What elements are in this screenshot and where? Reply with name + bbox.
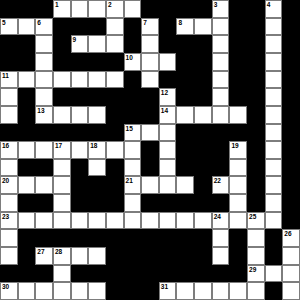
white-cell-r6c3[interactable]	[35, 88, 53, 106]
white-cell-r2c12[interactable]	[194, 18, 212, 36]
black-cell-r5c10	[159, 71, 177, 89]
white-cell-r3c13[interactable]	[212, 35, 230, 53]
white-cell-r9c14[interactable]: 19	[229, 141, 247, 159]
black-cell-r10c3	[35, 159, 53, 177]
white-cell-r7c6[interactable]	[88, 106, 106, 124]
crossword-board: 1234567891011121314151617181920212223242…	[0, 0, 300, 300]
crossword-grid: 1234567891011121314151617181920212223242…	[0, 0, 300, 300]
black-cell-r2c6	[88, 18, 106, 36]
black-cell-r14c12	[194, 229, 212, 247]
white-cell-r6c16[interactable]	[265, 88, 283, 106]
black-cell-r14c16	[265, 229, 283, 247]
white-cell-r15c17[interactable]	[282, 247, 300, 265]
white-cell-r17c13[interactable]	[212, 282, 230, 300]
black-cell-r16c13	[212, 265, 230, 283]
white-cell-r5c7[interactable]	[106, 71, 124, 89]
black-cell-r4c5	[71, 53, 89, 71]
black-cell-r8c6	[88, 124, 106, 142]
black-cell-r16c2	[18, 265, 36, 283]
black-cell-r1c15	[247, 0, 265, 18]
white-cell-r2c13[interactable]	[212, 18, 230, 36]
black-cell-r5c12	[194, 71, 212, 89]
black-cell-r6c9	[141, 88, 159, 106]
white-cell-r15c1[interactable]	[0, 247, 18, 265]
black-cell-r4c12	[194, 53, 212, 71]
black-cell-r3c2	[18, 35, 36, 53]
white-cell-r10c14[interactable]	[229, 159, 247, 177]
black-cell-r1c12	[194, 0, 212, 18]
white-cell-r6c1[interactable]	[0, 88, 18, 106]
black-cell-r4c15	[247, 53, 265, 71]
white-cell-r10c4[interactable]	[53, 159, 71, 177]
clue-number-2: 2	[108, 1, 112, 8]
white-cell-r14c17[interactable]: 26	[282, 229, 300, 247]
white-cell-r11c16[interactable]	[265, 176, 283, 194]
white-cell-r17c5[interactable]	[71, 282, 89, 300]
black-cell-r9c13	[212, 141, 230, 159]
black-cell-r3c15	[247, 35, 265, 53]
white-cell-r4c3[interactable]	[35, 53, 53, 71]
white-cell-r6c13[interactable]	[212, 88, 230, 106]
black-cell-r6c4	[53, 88, 71, 106]
black-cell-r2c17	[282, 18, 300, 36]
black-cell-r6c17	[282, 88, 300, 106]
black-cell-r6c12	[194, 88, 212, 106]
white-cell-r1c6[interactable]	[88, 0, 106, 18]
black-cell-r11c12	[194, 176, 212, 194]
black-cell-r2c8	[124, 18, 142, 36]
black-cell-r9c9	[141, 141, 159, 159]
clue-number-26: 26	[284, 230, 291, 237]
white-cell-r17c10[interactable]: 31	[159, 282, 177, 300]
black-cell-r15c16	[265, 247, 283, 265]
black-cell-r11c15	[247, 176, 265, 194]
black-cell-r10c12	[194, 159, 212, 177]
white-cell-r9c8[interactable]	[124, 141, 142, 159]
white-cell-r13c9[interactable]	[141, 212, 159, 230]
white-cell-r16c4[interactable]	[53, 265, 71, 283]
black-cell-r5c14	[229, 71, 247, 89]
black-cell-r1c14	[229, 0, 247, 18]
black-cell-r14c9	[141, 229, 159, 247]
black-cell-r7c2	[18, 106, 36, 124]
white-cell-r9c5[interactable]	[71, 141, 89, 159]
black-cell-r8c1	[0, 124, 18, 142]
white-cell-r3c9[interactable]	[141, 35, 159, 53]
white-cell-r7c14[interactable]	[229, 106, 247, 124]
black-cell-r4c17	[282, 53, 300, 71]
black-cell-r1c1	[0, 0, 18, 18]
black-cell-r1c17	[282, 0, 300, 18]
clue-number-6: 6	[37, 19, 41, 26]
white-cell-r13c1[interactable]: 23	[0, 212, 18, 230]
black-cell-r8c17	[282, 124, 300, 142]
white-cell-r15c13[interactable]	[212, 247, 230, 265]
black-cell-r10c5	[71, 159, 89, 177]
white-cell-r5c4[interactable]	[53, 71, 71, 89]
white-cell-r13c7[interactable]	[106, 212, 124, 230]
white-cell-r15c6[interactable]	[88, 247, 106, 265]
black-cell-r9c12	[194, 141, 212, 159]
black-cell-r12c2	[18, 194, 36, 212]
white-cell-r2c7[interactable]	[106, 18, 124, 36]
black-cell-r9c11	[176, 141, 194, 159]
white-cell-r7c11[interactable]	[176, 106, 194, 124]
black-cell-r2c15	[247, 18, 265, 36]
white-cell-r4c16[interactable]	[265, 53, 283, 71]
black-cell-r14c7	[106, 229, 124, 247]
clue-number-14: 14	[161, 107, 168, 114]
white-cell-r13c16[interactable]	[265, 212, 283, 230]
white-cell-r11c13[interactable]: 22	[212, 176, 230, 194]
black-cell-r2c10	[159, 18, 177, 36]
black-cell-r15c10	[159, 247, 177, 265]
white-cell-r13c13[interactable]: 24	[212, 212, 230, 230]
clue-number-11: 11	[2, 72, 9, 79]
white-cell-r3c16[interactable]	[265, 35, 283, 53]
white-cell-r2c2[interactable]	[18, 18, 36, 36]
clue-number-7: 7	[143, 19, 147, 26]
white-cell-r8c10[interactable]	[159, 124, 177, 142]
white-cell-r12c16[interactable]	[265, 194, 283, 212]
black-cell-r8c13	[212, 124, 230, 142]
white-cell-r1c4[interactable]: 1	[53, 0, 71, 18]
white-cell-r5c9[interactable]	[141, 71, 159, 89]
white-cell-r1c7[interactable]: 2	[106, 0, 124, 18]
white-cell-r7c3[interactable]: 13	[35, 106, 53, 124]
white-cell-r7c5[interactable]	[71, 106, 89, 124]
black-cell-r11c5	[71, 176, 89, 194]
white-cell-r5c16[interactable]	[265, 71, 283, 89]
clue-number-20: 20	[2, 177, 9, 184]
white-cell-r17c11[interactable]	[176, 282, 194, 300]
black-cell-r8c7	[106, 124, 124, 142]
clue-number-30: 30	[2, 283, 9, 290]
black-cell-r10c13	[212, 159, 230, 177]
black-cell-r12c13	[212, 194, 230, 212]
black-cell-r11c7	[106, 176, 124, 194]
clue-number-24: 24	[214, 213, 221, 220]
black-cell-r4c6	[88, 53, 106, 71]
black-cell-r16c6	[88, 265, 106, 283]
black-cell-r12c17	[282, 194, 300, 212]
white-cell-r17c4[interactable]	[53, 282, 71, 300]
black-cell-r7c9	[141, 106, 159, 124]
white-cell-r15c5[interactable]	[71, 247, 89, 265]
white-cell-r14c13[interactable]	[212, 229, 230, 247]
white-cell-r9c16[interactable]	[265, 141, 283, 159]
white-cell-r17c6[interactable]	[88, 282, 106, 300]
black-cell-r4c7	[106, 53, 124, 71]
black-cell-r5c15	[247, 71, 265, 89]
black-cell-r8c12	[194, 124, 212, 142]
black-cell-r10c2	[18, 159, 36, 177]
white-cell-r2c3[interactable]: 6	[35, 18, 53, 36]
white-cell-r13c3[interactable]	[35, 212, 53, 230]
white-cell-r5c2[interactable]	[18, 71, 36, 89]
black-cell-r12c9	[141, 194, 159, 212]
black-cell-r12c10	[159, 194, 177, 212]
white-cell-r10c10[interactable]	[159, 159, 177, 177]
white-cell-r4c10[interactable]	[159, 53, 177, 71]
black-cell-r2c4	[53, 18, 71, 36]
black-cell-r5c11	[176, 71, 194, 89]
white-cell-r13c10[interactable]	[159, 212, 177, 230]
clue-number-27: 27	[37, 248, 44, 255]
black-cell-r10c9	[141, 159, 159, 177]
white-cell-r5c3[interactable]	[35, 71, 53, 89]
black-cell-r14c2	[18, 229, 36, 247]
black-cell-r5c17	[282, 71, 300, 89]
clue-number-10: 10	[126, 54, 133, 61]
clue-number-1: 1	[55, 1, 59, 8]
black-cell-r7c17	[282, 106, 300, 124]
white-cell-r2c16[interactable]	[265, 18, 283, 36]
clue-number-19: 19	[231, 142, 238, 149]
black-cell-r6c6	[88, 88, 106, 106]
black-cell-r16c14	[229, 265, 247, 283]
white-cell-r5c5[interactable]	[71, 71, 89, 89]
black-cell-r12c15	[247, 194, 265, 212]
white-cell-r9c3[interactable]	[35, 141, 53, 159]
black-cell-r8c4	[53, 124, 71, 142]
white-cell-r11c8[interactable]: 21	[124, 176, 142, 194]
black-cell-r8c15	[247, 124, 265, 142]
black-cell-r1c2	[18, 0, 36, 18]
black-cell-r6c8	[124, 88, 142, 106]
black-cell-r17c7	[106, 282, 124, 300]
black-cell-r10c11	[176, 159, 194, 177]
white-cell-r1c13[interactable]: 3	[212, 0, 230, 18]
white-cell-r17c17[interactable]	[282, 282, 300, 300]
white-cell-r5c1[interactable]: 11	[0, 71, 18, 89]
clue-number-9: 9	[73, 36, 77, 43]
black-cell-r3c12	[194, 35, 212, 53]
black-cell-r14c6	[88, 229, 106, 247]
white-cell-r3c6[interactable]	[88, 35, 106, 53]
white-cell-r7c13[interactable]	[212, 106, 230, 124]
white-cell-r3c3[interactable]	[35, 35, 53, 53]
white-cell-r2c11[interactable]: 8	[176, 18, 194, 36]
black-cell-r5c8	[124, 71, 142, 89]
white-cell-r17c2[interactable]	[18, 282, 36, 300]
white-cell-r1c8[interactable]	[124, 0, 142, 18]
black-cell-r14c8	[124, 229, 142, 247]
black-cell-r4c1	[0, 53, 18, 71]
white-cell-r12c1[interactable]	[0, 194, 18, 212]
white-cell-r17c1[interactable]: 30	[0, 282, 18, 300]
black-cell-r14c3	[35, 229, 53, 247]
white-cell-r7c16[interactable]	[265, 106, 283, 124]
white-cell-r13c5[interactable]	[71, 212, 89, 230]
white-cell-r11c3[interactable]	[35, 176, 53, 194]
white-cell-r17c3[interactable]	[35, 282, 53, 300]
black-cell-r14c14	[229, 229, 247, 247]
black-cell-r3c14	[229, 35, 247, 53]
white-cell-r13c12[interactable]	[194, 212, 212, 230]
white-cell-r8c16[interactable]	[265, 124, 283, 142]
black-cell-r2c14	[229, 18, 247, 36]
black-cell-r6c5	[71, 88, 89, 106]
white-cell-r7c4[interactable]	[53, 106, 71, 124]
white-cell-r8c9[interactable]	[141, 124, 159, 142]
white-cell-r17c15[interactable]	[247, 282, 265, 300]
black-cell-r7c7	[106, 106, 124, 124]
clue-number-13: 13	[37, 107, 44, 114]
white-cell-r13c15[interactable]: 25	[247, 212, 265, 230]
white-cell-r13c6[interactable]	[88, 212, 106, 230]
black-cell-r15c8	[124, 247, 142, 265]
black-cell-r4c2	[18, 53, 36, 71]
white-cell-r14c1[interactable]	[0, 229, 18, 247]
clue-number-23: 23	[2, 213, 9, 220]
black-cell-r17c9	[141, 282, 159, 300]
black-cell-r1c11	[176, 0, 194, 18]
black-cell-r8c2	[18, 124, 36, 142]
white-cell-r1c16[interactable]: 4	[265, 0, 283, 18]
white-cell-r10c16[interactable]	[265, 159, 283, 177]
black-cell-r16c10	[159, 265, 177, 283]
black-cell-r4c14	[229, 53, 247, 71]
white-cell-r13c2[interactable]	[18, 212, 36, 230]
white-cell-r3c7[interactable]	[106, 35, 124, 53]
white-cell-r9c10[interactable]	[159, 141, 177, 159]
white-cell-r1c5[interactable]	[71, 0, 89, 18]
black-cell-r6c2	[18, 88, 36, 106]
black-cell-r16c7	[106, 265, 124, 283]
black-cell-r3c10	[159, 35, 177, 53]
white-cell-r15c15[interactable]	[247, 247, 265, 265]
white-cell-r11c10[interactable]	[159, 176, 177, 194]
white-cell-r6c10[interactable]: 12	[159, 88, 177, 106]
clue-number-8: 8	[178, 19, 182, 26]
black-cell-r7c15	[247, 106, 265, 124]
white-cell-r8c8[interactable]: 15	[124, 124, 142, 142]
white-cell-r9c2[interactable]	[18, 141, 36, 159]
white-cell-r15c3[interactable]: 27	[35, 247, 53, 265]
clue-number-18: 18	[90, 142, 97, 149]
white-cell-r9c1[interactable]: 16	[0, 141, 18, 159]
white-cell-r16c15[interactable]: 29	[247, 265, 265, 283]
white-cell-r14c15[interactable]	[247, 229, 265, 247]
white-cell-r5c6[interactable]	[88, 71, 106, 89]
clue-number-22: 22	[214, 177, 221, 184]
black-cell-r17c8	[124, 282, 142, 300]
white-cell-r9c4[interactable]: 17	[53, 141, 71, 159]
black-cell-r16c1	[0, 265, 18, 283]
white-cell-r11c14[interactable]	[229, 176, 247, 194]
white-cell-r10c1[interactable]	[0, 159, 18, 177]
black-cell-r15c14	[229, 247, 247, 265]
white-cell-r13c14[interactable]	[229, 212, 247, 230]
black-cell-r14c5	[71, 229, 89, 247]
white-cell-r12c14[interactable]	[229, 194, 247, 212]
black-cell-r15c2	[18, 247, 36, 265]
white-cell-r16c17[interactable]	[282, 265, 300, 283]
black-cell-r3c11	[176, 35, 194, 53]
black-cell-r3c17	[282, 35, 300, 53]
white-cell-r13c8[interactable]	[124, 212, 142, 230]
black-cell-r9c15	[247, 141, 265, 159]
white-cell-r2c9[interactable]: 7	[141, 18, 159, 36]
white-cell-r2c1[interactable]: 5	[0, 18, 18, 36]
clue-number-16: 16	[2, 142, 9, 149]
clue-number-15: 15	[126, 125, 133, 132]
white-cell-r13c11[interactable]	[176, 212, 194, 230]
black-cell-r15c7	[106, 247, 124, 265]
clue-number-28: 28	[55, 248, 62, 255]
black-cell-r3c4	[53, 35, 71, 53]
black-cell-r12c7	[106, 194, 124, 212]
white-cell-r7c1[interactable]	[0, 106, 18, 124]
clue-number-12: 12	[161, 89, 168, 96]
white-cell-r4c9[interactable]	[141, 53, 159, 71]
black-cell-r12c3	[35, 194, 53, 212]
white-cell-r12c8[interactable]	[124, 194, 142, 212]
clue-number-3: 3	[214, 1, 218, 8]
white-cell-r17c14[interactable]	[229, 282, 247, 300]
black-cell-r4c4	[53, 53, 71, 71]
white-cell-r11c9[interactable]	[141, 176, 159, 194]
black-cell-r11c17	[282, 176, 300, 194]
black-cell-r8c3	[35, 124, 53, 142]
white-cell-r7c10[interactable]: 14	[159, 106, 177, 124]
white-cell-r13c4[interactable]	[53, 212, 71, 230]
black-cell-r3c1	[0, 35, 18, 53]
black-cell-r4c11	[176, 53, 194, 71]
black-cell-r9c17	[282, 141, 300, 159]
white-cell-r9c7[interactable]	[106, 141, 124, 159]
black-cell-r8c5	[71, 124, 89, 142]
black-cell-r15c12	[194, 247, 212, 265]
white-cell-r16c16[interactable]	[265, 265, 283, 283]
black-cell-r14c4	[53, 229, 71, 247]
black-cell-r8c11	[176, 124, 194, 142]
clue-number-29: 29	[249, 266, 256, 273]
white-cell-r10c6[interactable]	[88, 159, 106, 177]
white-cell-r11c2[interactable]	[18, 176, 36, 194]
black-cell-r16c11	[176, 265, 194, 283]
white-cell-r15c4[interactable]: 28	[53, 247, 71, 265]
clue-number-25: 25	[249, 213, 256, 220]
black-cell-r12c11	[176, 194, 194, 212]
white-cell-r4c8[interactable]: 10	[124, 53, 142, 71]
white-cell-r17c12[interactable]	[194, 282, 212, 300]
clue-number-5: 5	[2, 19, 6, 26]
clue-number-4: 4	[267, 1, 271, 8]
white-cell-r7c12[interactable]	[194, 106, 212, 124]
white-cell-r11c1[interactable]: 20	[0, 176, 18, 194]
black-cell-r1c3	[35, 0, 53, 18]
black-cell-r3c8	[124, 35, 142, 53]
black-cell-r6c7	[106, 88, 124, 106]
white-cell-r5c13[interactable]	[212, 71, 230, 89]
white-cell-r4c13[interactable]	[212, 53, 230, 71]
white-cell-r12c4[interactable]	[53, 194, 71, 212]
black-cell-r16c3	[35, 265, 53, 283]
white-cell-r10c8[interactable]	[124, 159, 142, 177]
black-cell-r16c12	[194, 265, 212, 283]
black-cell-r17c16	[265, 282, 283, 300]
white-cell-r9c6[interactable]: 18	[88, 141, 106, 159]
white-cell-r11c11[interactable]	[176, 176, 194, 194]
black-cell-r6c11	[176, 88, 194, 106]
black-cell-r11c6	[88, 176, 106, 194]
white-cell-r11c4[interactable]	[53, 176, 71, 194]
black-cell-r10c7	[106, 159, 124, 177]
white-cell-r3c5[interactable]: 9	[71, 35, 89, 53]
black-cell-r16c9	[141, 265, 159, 283]
